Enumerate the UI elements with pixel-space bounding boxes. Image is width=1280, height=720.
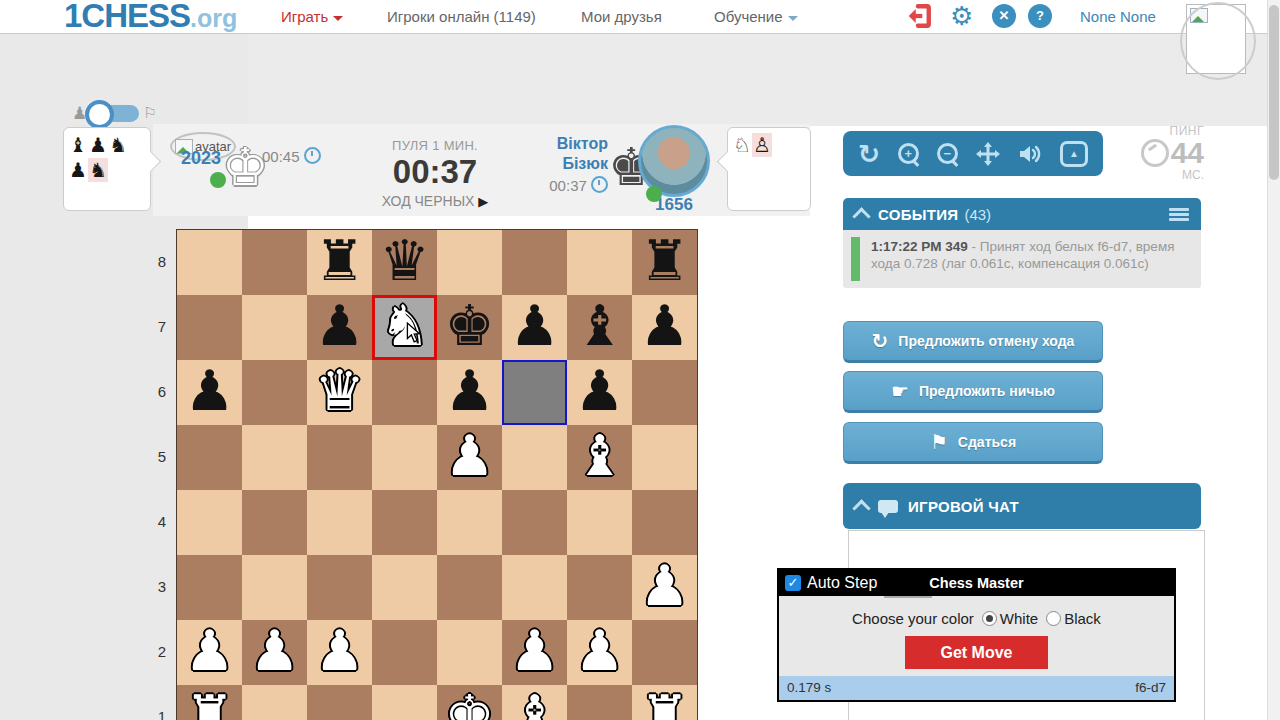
square-a2[interactable]: ♟ <box>177 620 242 685</box>
white-online-dot <box>210 172 226 188</box>
rank-label-8: 8 <box>152 229 172 294</box>
black-secondary-clock: 00:37 <box>540 176 608 194</box>
square-g3[interactable] <box>567 555 632 620</box>
square-b3[interactable] <box>242 555 307 620</box>
play-icon: ▶ <box>478 194 488 209</box>
square-d3[interactable] <box>372 555 437 620</box>
square-d2[interactable] <box>372 620 437 685</box>
square-d5[interactable] <box>372 425 437 490</box>
mouse-cursor <box>403 322 425 344</box>
square-g6[interactable]: ♟ <box>567 360 632 425</box>
tab-underline <box>884 596 932 598</box>
captured-by-black-pieces: ♘♙ <box>732 133 806 158</box>
logout-icon[interactable] <box>906 3 932 29</box>
square-d4[interactable] <box>372 490 437 555</box>
assistant-footer: f6-d7 0.179 s <box>779 676 1174 700</box>
square-c8[interactable]: ♜ <box>307 230 372 295</box>
flag-icon: ⚐ <box>143 104 156 122</box>
refresh-icon[interactable]: ↻ <box>858 141 880 167</box>
toggle-knob[interactable] <box>85 100 114 129</box>
square-e2[interactable] <box>437 620 502 685</box>
captured-white-knight: ♘ <box>732 133 752 157</box>
rank-label-2: 2 <box>152 619 172 684</box>
square-b2[interactable]: ♟ <box>242 620 307 685</box>
chevron-up-icon <box>852 207 870 225</box>
square-h3[interactable]: ♟ <box>632 555 697 620</box>
square-f3[interactable] <box>502 555 567 620</box>
chat-disabled-icon[interactable]: ✕ <box>992 4 1016 28</box>
flag-icon: ⚑ <box>930 430 948 454</box>
chat-panel-header[interactable]: ИГРОВОЙ ЧАТ <box>843 483 1201 529</box>
list-icon[interactable] <box>1169 206 1189 223</box>
black-pawn: ♟ <box>177 360 242 425</box>
square-a5[interactable] <box>177 425 242 490</box>
captured-black-knight: ♞ <box>108 133 128 157</box>
square-e3[interactable] <box>437 555 502 620</box>
square-g4[interactable] <box>567 490 632 555</box>
get-move-button[interactable]: Get Move <box>905 636 1048 669</box>
captured-by-black-tray: ♘♙ <box>727 127 811 211</box>
site-logo[interactable]: 1CHESS.org <box>64 0 237 35</box>
events-count: (43) <box>964 206 991 223</box>
square-b5[interactable] <box>242 425 307 490</box>
white-pawn: ♟ <box>307 620 372 685</box>
events-panel-body: 1:17:22 PM 349 - Принят ход белых f6-d7,… <box>843 230 1201 288</box>
square-h1[interactable]: ♜ <box>632 685 697 720</box>
gear-icon[interactable]: ⚙ <box>950 1 973 31</box>
square-a1[interactable]: ♜ <box>177 685 242 720</box>
board-toggle-control[interactable]: ♟ ⚐ <box>72 101 157 125</box>
undo-icon: ↻ <box>872 329 889 353</box>
captured-black-pawn: ♟ <box>88 133 108 157</box>
black-rook: ♜ <box>307 230 372 295</box>
square-h8[interactable]: ♜ <box>632 230 697 295</box>
rank-label-3: 3 <box>152 554 172 619</box>
event-entry: 1:17:22 PM 349 - Принят ход белых f6-d7,… <box>871 238 1189 272</box>
avatar-placeholder-circle <box>1180 2 1256 80</box>
rank-label-4: 4 <box>152 489 172 554</box>
black-rook: ♜ <box>632 230 697 295</box>
white-radio[interactable] <box>982 611 997 626</box>
square-e7[interactable]: ♚ <box>437 295 502 360</box>
square-g5[interactable]: ♝ <box>567 425 632 490</box>
board-toolbar: ↻ + − ▲ <box>843 131 1103 176</box>
square-g7[interactable]: ♝ <box>567 295 632 360</box>
square-b1[interactable] <box>242 685 307 720</box>
square-f2[interactable]: ♟ <box>502 620 567 685</box>
square-b8[interactable] <box>242 230 307 295</box>
rank-label-6: 6 <box>152 359 172 424</box>
events-panel-header[interactable]: СОБЫТИЯ (43) <box>843 198 1201 230</box>
toggle-track[interactable] <box>91 105 139 122</box>
square-g1[interactable] <box>567 685 632 720</box>
square-h2[interactable] <box>632 620 697 685</box>
square-b4[interactable] <box>242 490 307 555</box>
square-f8[interactable] <box>502 230 567 295</box>
square-f4[interactable] <box>502 490 567 555</box>
square-e4[interactable] <box>437 490 502 555</box>
close-icon: ✕ <box>999 8 1010 23</box>
black-pawn: ♟ <box>502 295 567 360</box>
white-pawn: ♟ <box>632 555 697 620</box>
white-rook: ♜ <box>177 685 242 720</box>
assistant-widget: ✓ Auto Step Chess Master Choose your col… <box>777 568 1176 702</box>
hand-icon: ☛ <box>891 379 909 403</box>
ping-unit: МС. <box>1128 168 1204 182</box>
clock-icon <box>591 176 608 193</box>
scrollbar-thumb[interactable] <box>1269 5 1279 180</box>
white-pawn: ♟ <box>242 620 307 685</box>
ping-widget: ПИНГ 44 МС. <box>1128 124 1204 182</box>
rank-label-1: 1 <box>152 684 172 720</box>
zoom-out-icon[interactable]: − <box>937 143 958 164</box>
board: ♜♛♜♟♞♚♟♝♟♟♛♟♟♟♝♟♟♟♟♟♟♜♚♝♜ <box>176 229 698 720</box>
square-c6[interactable]: ♛ <box>307 360 372 425</box>
menu-players-online[interactable]: Игроки онлайн (1149) <box>387 8 536 25</box>
square-f5[interactable] <box>502 425 567 490</box>
white-radio-label: White <box>1000 610 1038 627</box>
square-a4[interactable] <box>177 490 242 555</box>
black-king: ♚ <box>437 295 502 360</box>
square-c5[interactable] <box>307 425 372 490</box>
turn-indicator: ХОД ЧЕРНЫХ ▶ <box>345 193 525 209</box>
black-radio-label: Black <box>1064 610 1101 627</box>
black-radio[interactable] <box>1046 611 1061 626</box>
chevron-up-icon <box>852 499 870 517</box>
black-bishop: ♝ <box>567 295 632 360</box>
captured-black-pawn: ♟ <box>68 158 88 182</box>
square-d1[interactable] <box>372 685 437 720</box>
captured-by-white-tray: ♝♟♞♟♞ <box>63 127 151 211</box>
rank-label-5: 5 <box>152 424 172 489</box>
white-pawn: ♟ <box>437 425 502 490</box>
square-h6[interactable] <box>632 360 697 425</box>
square-f7[interactable]: ♟ <box>502 295 567 360</box>
undo-request-button[interactable]: ↻Предложить отмену хода <box>843 321 1103 363</box>
square-h7[interactable]: ♟ <box>632 295 697 360</box>
logo-main: 1CHESS <box>64 0 190 34</box>
square-f6[interactable] <box>502 360 567 425</box>
captured-black-bishop: ♝ <box>68 133 88 157</box>
page-scrollbar <box>1267 0 1280 720</box>
white-pawn: ♟ <box>502 620 567 685</box>
menu-learning[interactable]: Обучение <box>714 8 798 25</box>
square-c7[interactable]: ♟ <box>307 295 372 360</box>
black-player-avatar[interactable] <box>638 125 710 197</box>
square-f1[interactable]: ♝ <box>502 685 567 720</box>
white-secondary-clock: 00:45 <box>262 147 321 165</box>
white-rook: ♜ <box>632 685 697 720</box>
gauge-icon <box>1141 139 1169 167</box>
logo-suffix: .org <box>190 4 237 32</box>
white-rating[interactable]: 2023 <box>170 148 232 169</box>
suggested-move: f6-d7 <box>1135 676 1166 700</box>
logout-svg <box>906 3 932 29</box>
ping-value: 44 <box>1171 138 1204 168</box>
square-c1[interactable] <box>307 685 372 720</box>
menu-play[interactable]: Играть <box>281 8 343 25</box>
square-e8[interactable] <box>437 230 502 295</box>
menu-friends[interactable]: Мои друзья <box>581 8 662 25</box>
color-chooser: Choose your colorWhiteBlack <box>779 610 1174 627</box>
rank-labels: 87654321 <box>152 229 172 720</box>
screenshot-icon[interactable]: ▲ <box>1060 141 1088 167</box>
square-c4[interactable] <box>307 490 372 555</box>
square-c3[interactable] <box>307 555 372 620</box>
square-a8[interactable] <box>177 230 242 295</box>
help-icon[interactable]: ? <box>1028 4 1052 28</box>
clock-icon <box>304 147 321 164</box>
chat-title: ИГРОВОЙ ЧАТ <box>908 498 1019 515</box>
events-title: СОБЫТИЯ <box>878 206 958 223</box>
square-d6[interactable] <box>372 360 437 425</box>
square-g8[interactable] <box>567 230 632 295</box>
square-b7[interactable] <box>242 295 307 360</box>
white-bishop: ♝ <box>567 425 632 490</box>
square-e6[interactable]: ♟ <box>437 360 502 425</box>
chevron-down-icon <box>788 16 798 21</box>
square-b6[interactable] <box>242 360 307 425</box>
chevron-down-icon <box>333 16 343 21</box>
black-pawn: ♟ <box>632 295 697 360</box>
square-a6[interactable]: ♟ <box>177 360 242 425</box>
calc-time: 0.179 s <box>787 680 831 695</box>
captured-by-white-pieces: ♝♟♞♟♞ <box>68 133 146 183</box>
white-bishop: ♝ <box>502 685 567 720</box>
offer-draw-button[interactable]: ☛Предложить ничью <box>843 371 1103 413</box>
square-a7[interactable] <box>177 295 242 360</box>
square-e1[interactable]: ♚ <box>437 685 502 720</box>
captured-white-pawn: ♙ <box>752 133 772 157</box>
move-board-icon[interactable] <box>976 142 1000 166</box>
black-pawn: ♟ <box>307 295 372 360</box>
white-queen: ♛ <box>307 360 372 425</box>
black-player-name[interactable]: ВікторБізюк <box>468 134 608 174</box>
square-h4[interactable] <box>632 490 697 555</box>
assistant-name: Chess Master <box>779 575 1174 591</box>
black-queen: ♛ <box>372 230 437 295</box>
square-g2[interactable]: ♟ <box>567 620 632 685</box>
zoom-in-icon[interactable]: + <box>898 143 919 164</box>
black-pawn: ♟ <box>437 360 502 425</box>
sound-icon[interactable] <box>1018 143 1042 165</box>
rank-label-7: 7 <box>152 294 172 359</box>
square-e5[interactable]: ♟ <box>437 425 502 490</box>
logged-user-name[interactable]: None None <box>1080 8 1156 25</box>
resign-button[interactable]: ⚑Сдаться <box>843 422 1103 464</box>
square-c2[interactable]: ♟ <box>307 620 372 685</box>
white-pawn: ♟ <box>567 620 632 685</box>
black-online-dot <box>646 186 662 202</box>
black-pawn: ♟ <box>567 360 632 425</box>
assistant-titlebar: ✓ Auto Step Chess Master <box>779 570 1174 596</box>
chat-bubble-icon <box>878 500 898 513</box>
white-pawn: ♟ <box>177 620 242 685</box>
square-d8[interactable]: ♛ <box>372 230 437 295</box>
white-king: ♚ <box>437 685 502 720</box>
square-h5[interactable] <box>632 425 697 490</box>
captured-black-knight: ♞ <box>88 158 108 182</box>
event-status-bar <box>851 237 860 281</box>
square-a3[interactable] <box>177 555 242 620</box>
